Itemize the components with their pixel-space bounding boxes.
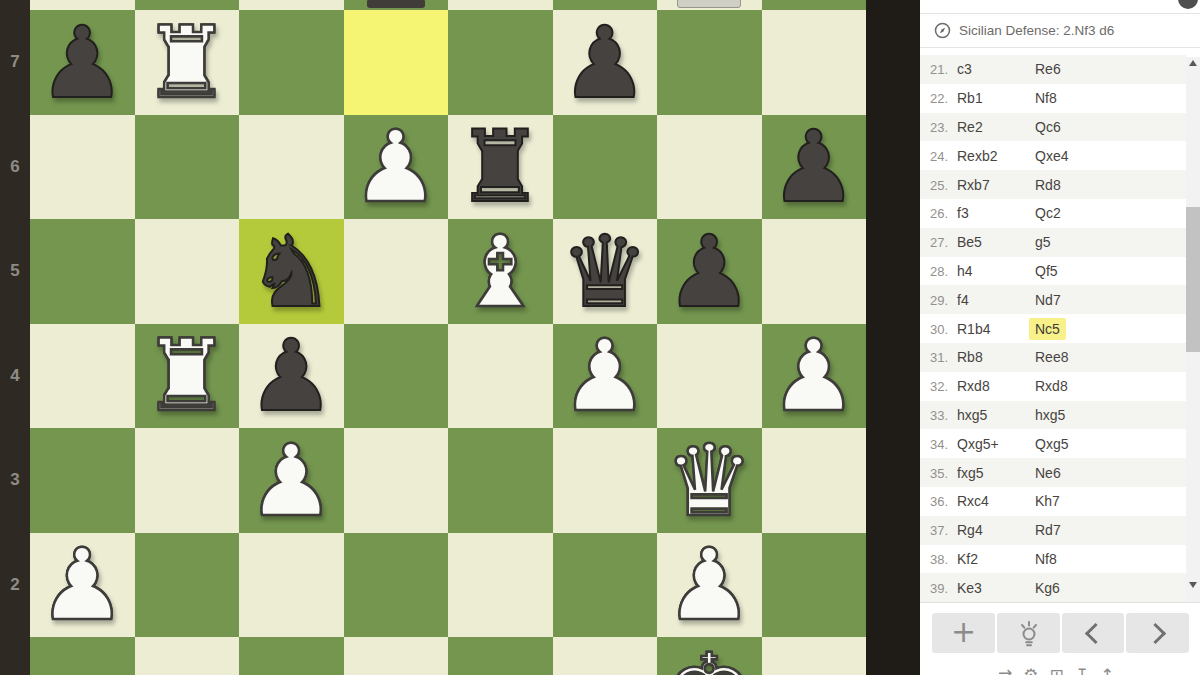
move-row-30: 30.R1b4Nc5 xyxy=(920,314,1186,343)
white-move[interactable]: h4 xyxy=(957,263,973,279)
black-pawn[interactable]: ♟ xyxy=(553,10,658,115)
black-king-clipped[interactable] xyxy=(677,0,741,8)
square-b6[interactable] xyxy=(135,115,240,220)
add-button[interactable]: + xyxy=(932,613,995,653)
move-row-39: 39.Ke3Kg6 xyxy=(920,573,1186,602)
partial-avatar-icon xyxy=(1178,0,1198,9)
square-h5[interactable] xyxy=(762,219,867,324)
square-c5[interactable]: ♞ xyxy=(239,219,344,324)
square-f3[interactable] xyxy=(553,428,658,533)
black-knight[interactable]: ♞ xyxy=(239,219,344,324)
move-number: 38. xyxy=(930,551,948,566)
square-c7[interactable] xyxy=(239,10,344,115)
rank-coordinate-strip: 765432 xyxy=(0,0,30,675)
square-d5[interactable] xyxy=(344,219,449,324)
move-number: 27. xyxy=(930,235,948,250)
white-move[interactable]: Rb1 xyxy=(957,90,983,106)
white-move[interactable]: Rxb7 xyxy=(957,177,990,193)
square-g5[interactable]: ♟ xyxy=(657,219,762,324)
square-c3[interactable]: ♟ xyxy=(239,428,344,533)
move-row-32: 32.Rxd8Rxd8 xyxy=(920,372,1186,401)
current-move[interactable]: Nc5 xyxy=(1029,318,1066,340)
black-queen[interactable]: ♛ xyxy=(553,219,658,324)
white-move[interactable]: Qxg5+ xyxy=(957,436,999,452)
white-move[interactable]: hxg5 xyxy=(957,407,987,423)
square-c2[interactable] xyxy=(239,533,344,638)
opening-explorer-icon xyxy=(934,22,951,39)
white-move[interactable]: Rxd8 xyxy=(957,378,990,394)
white-rook[interactable]: ♜ xyxy=(135,10,240,115)
white-move[interactable]: Ke3 xyxy=(957,580,982,596)
black-move[interactable]: Kg6 xyxy=(1035,580,1060,596)
move-row-33: 33.hxg5hxg5 xyxy=(920,401,1186,430)
white-bishop[interactable]: ♝ xyxy=(448,219,553,324)
white-queen[interactable]: ♛ xyxy=(657,428,762,533)
square-c4[interactable]: ♟ xyxy=(239,324,344,429)
move-list-scrollbar[interactable] xyxy=(1186,57,1200,602)
square-a2[interactable]: ♟ xyxy=(30,533,135,638)
move-row-34: 34.Qxg5+Qxg5 xyxy=(920,429,1186,458)
white-move[interactable]: f3 xyxy=(957,205,969,221)
white-move[interactable]: Rexb2 xyxy=(957,148,997,164)
white-pawn[interactable]: ♟ xyxy=(239,428,344,533)
black-pawn[interactable]: ♟ xyxy=(657,219,762,324)
square-c6[interactable] xyxy=(239,115,344,220)
move-row-21: 21.c3Re6 xyxy=(920,55,1186,84)
white-move[interactable]: Be5 xyxy=(957,234,982,250)
scroll-up-icon[interactable] xyxy=(1189,60,1197,66)
white-pawn[interactable]: ♟ xyxy=(553,324,658,429)
square-e1[interactable] xyxy=(448,637,553,675)
move-number: 28. xyxy=(930,263,948,278)
black-move[interactable]: hxg5 xyxy=(1035,407,1065,423)
move-row-29: 29.f4Nd7 xyxy=(920,285,1186,314)
move-row-23: 23.Re2Qc6 xyxy=(920,113,1186,142)
white-king[interactable]: ♚ xyxy=(657,637,762,675)
flip-icon[interactable]: ⇄ xyxy=(998,665,1012,675)
white-move[interactable]: Rb8 xyxy=(957,349,983,365)
black-move[interactable]: Qxe4 xyxy=(1035,148,1068,164)
move-row-26: 26.f3Qc2 xyxy=(920,199,1186,228)
opening-header: Sicilian Defense: 2.Nf3 d6 xyxy=(920,14,1200,48)
black-move[interactable]: Qf5 xyxy=(1035,263,1058,279)
black-rook-clipped[interactable] xyxy=(367,0,425,8)
black-move[interactable]: Nf8 xyxy=(1035,90,1057,106)
square-e5[interactable]: ♝ xyxy=(448,219,553,324)
rank-label-3: 3 xyxy=(0,428,30,533)
square-a1[interactable] xyxy=(30,637,135,675)
black-move[interactable]: Nd7 xyxy=(1035,292,1061,308)
rank-label-7: 7 xyxy=(0,10,30,115)
share-icon[interactable]: ↥ xyxy=(1100,665,1114,675)
black-move[interactable]: Rd7 xyxy=(1035,522,1061,538)
move-row-37: 37.Rg4Rd7 xyxy=(920,516,1186,545)
white-pawn[interactable]: ♟ xyxy=(344,115,449,220)
board-icon[interactable]: ⊞ xyxy=(1050,665,1064,675)
move-number: 35. xyxy=(930,465,948,480)
square-a6[interactable] xyxy=(30,115,135,220)
square-e3[interactable] xyxy=(448,428,553,533)
square-g8[interactable] xyxy=(657,0,762,10)
settings-icon[interactable]: ⚙ xyxy=(1023,665,1038,675)
square-a4[interactable] xyxy=(30,324,135,429)
opening-title: Sicilian Defense: 2.Nf3 d6 xyxy=(959,23,1114,38)
square-d7[interactable] xyxy=(344,10,449,115)
list-divider xyxy=(920,602,1200,603)
move-number: 29. xyxy=(930,292,948,307)
white-move[interactable]: f4 xyxy=(957,292,969,308)
move-number: 32. xyxy=(930,379,948,394)
square-b1[interactable] xyxy=(135,637,240,675)
square-h1[interactable] xyxy=(762,637,867,675)
white-pawn[interactable]: ♟ xyxy=(657,533,762,638)
black-move[interactable]: Re6 xyxy=(1035,61,1061,77)
square-g7[interactable] xyxy=(657,10,762,115)
square-a7[interactable]: ♟ xyxy=(30,10,135,115)
rank-label-6: 6 xyxy=(0,115,30,220)
move-row-38: 38.Kf2Nf8 xyxy=(920,545,1186,574)
square-d4[interactable] xyxy=(344,324,449,429)
black-pawn[interactable]: ♟ xyxy=(239,324,344,429)
square-g4[interactable] xyxy=(657,324,762,429)
square-d6[interactable]: ♟ xyxy=(344,115,449,220)
move-row-24: 24.Rexb2Qxe4 xyxy=(920,141,1186,170)
move-number: 24. xyxy=(930,148,948,163)
black-move[interactable]: Qc2 xyxy=(1035,205,1061,221)
chevron-right-icon xyxy=(1144,622,1165,643)
move-number: 36. xyxy=(930,494,948,509)
square-g6[interactable] xyxy=(657,115,762,220)
move-number: 31. xyxy=(930,350,948,365)
move-row-31: 31.Rb8Ree8 xyxy=(920,343,1186,372)
square-g1[interactable]: ♚ xyxy=(657,637,762,675)
square-c1[interactable] xyxy=(239,637,344,675)
black-pawn[interactable]: ♟ xyxy=(762,115,867,220)
move-number: 23. xyxy=(930,119,948,134)
square-f7[interactable]: ♟ xyxy=(553,10,658,115)
white-move[interactable]: c3 xyxy=(957,61,972,77)
scroll-down-icon[interactable] xyxy=(1189,582,1197,588)
move-number: 33. xyxy=(930,407,948,422)
square-e2[interactable] xyxy=(448,533,553,638)
move-row-25: 25.Rxb7Rd8 xyxy=(920,170,1186,199)
plus-icon: + xyxy=(951,617,976,647)
move-row-27: 27.Be5g5 xyxy=(920,228,1186,257)
square-d3[interactable] xyxy=(344,428,449,533)
download-icon[interactable]: ↧ xyxy=(1075,665,1089,675)
square-b5[interactable] xyxy=(135,219,240,324)
chess-board: ♟♜♟♟♜♟♞♝♛♟♜♟♟♟♟♛♟♟♚ xyxy=(30,0,866,675)
white-move[interactable]: fxg5 xyxy=(957,465,983,481)
move-number: 22. xyxy=(930,91,948,106)
move-number: 25. xyxy=(930,177,948,192)
square-f1[interactable] xyxy=(553,637,658,675)
white-pawn[interactable]: ♟ xyxy=(762,324,867,429)
square-b4[interactable]: ♜ xyxy=(135,324,240,429)
square-f4[interactable]: ♟ xyxy=(553,324,658,429)
forward-button[interactable] xyxy=(1126,613,1189,653)
move-number: 39. xyxy=(930,580,948,595)
square-b2[interactable] xyxy=(135,533,240,638)
square-g2[interactable]: ♟ xyxy=(657,533,762,638)
panel-top-bar xyxy=(920,0,1200,14)
square-d8[interactable] xyxy=(344,0,449,10)
board-panel-divider xyxy=(866,0,920,675)
square-f6[interactable] xyxy=(553,115,658,220)
white-move[interactable]: Rg4 xyxy=(957,522,983,538)
black-move[interactable]: Ne6 xyxy=(1035,465,1061,481)
square-d1[interactable] xyxy=(344,637,449,675)
white-move[interactable]: R1b4 xyxy=(957,321,990,337)
square-e6[interactable]: ♜ xyxy=(448,115,553,220)
square-a5[interactable] xyxy=(30,219,135,324)
move-row-36: 36.Rxc4Kh7 xyxy=(920,487,1186,516)
lightbulb-icon xyxy=(1018,620,1040,647)
square-h4[interactable]: ♟ xyxy=(762,324,867,429)
square-e8[interactable] xyxy=(448,0,553,10)
black-move[interactable]: Nf8 xyxy=(1035,551,1057,567)
square-f2[interactable] xyxy=(553,533,658,638)
rank-label-2: 2 xyxy=(0,533,30,638)
rank-label-4: 4 xyxy=(0,324,30,429)
square-c8[interactable] xyxy=(239,0,344,10)
square-e7[interactable] xyxy=(448,10,553,115)
square-d2[interactable] xyxy=(344,533,449,638)
rank-label-5: 5 xyxy=(0,219,30,324)
white-move[interactable]: Rxc4 xyxy=(957,493,989,509)
move-number: 37. xyxy=(930,523,948,538)
white-rook[interactable]: ♜ xyxy=(135,324,240,429)
move-list: 21.c3Re622.Rb1Nf823.Re2Qc624.Rexb2Qxe425… xyxy=(920,55,1186,602)
bottom-toolbar-partial[interactable]: ⇄ ⚙ ⊞ ↧ ↥ xyxy=(998,665,1114,675)
square-a3[interactable] xyxy=(30,428,135,533)
square-h7[interactable] xyxy=(762,10,867,115)
black-move[interactable]: Rd8 xyxy=(1035,177,1061,193)
chevron-left-icon xyxy=(1085,622,1106,643)
black-rook[interactable]: ♜ xyxy=(448,115,553,220)
move-number: 26. xyxy=(930,206,948,221)
white-pawn[interactable]: ♟ xyxy=(30,533,135,638)
back-button[interactable] xyxy=(1062,613,1124,653)
black-move[interactable]: Qxg5 xyxy=(1035,436,1068,452)
move-number: 34. xyxy=(930,436,948,451)
black-move[interactable]: Kh7 xyxy=(1035,493,1060,509)
square-f5[interactable]: ♛ xyxy=(553,219,658,324)
move-number: 21. xyxy=(930,62,948,77)
hint-button[interactable] xyxy=(997,613,1060,653)
black-move[interactable]: g5 xyxy=(1035,234,1051,250)
move-row-22: 22.Rb1Nf8 xyxy=(920,84,1186,113)
square-e4[interactable] xyxy=(448,324,553,429)
square-h6[interactable]: ♟ xyxy=(762,115,867,220)
white-move[interactable]: Kf2 xyxy=(957,551,978,567)
black-pawn[interactable]: ♟ xyxy=(30,10,135,115)
square-g3[interactable]: ♛ xyxy=(657,428,762,533)
white-move[interactable]: Re2 xyxy=(957,119,983,135)
analysis-panel: Sicilian Defense: 2.Nf3 d6 21.c3Re622.Rb… xyxy=(920,0,1200,675)
move-row-35: 35.fxg5Ne6 xyxy=(920,458,1186,487)
black-move[interactable]: Qc6 xyxy=(1035,119,1061,135)
square-h8[interactable] xyxy=(762,0,867,10)
square-h3[interactable] xyxy=(762,428,867,533)
scrollbar-thumb[interactable] xyxy=(1186,207,1200,352)
move-number: 30. xyxy=(930,321,948,336)
black-move[interactable]: Rxd8 xyxy=(1035,378,1068,394)
square-h2[interactable] xyxy=(762,533,867,638)
black-move[interactable]: Ree8 xyxy=(1035,349,1068,365)
square-b7[interactable]: ♜ xyxy=(135,10,240,115)
move-row-28: 28.h4Qf5 xyxy=(920,257,1186,286)
square-b3[interactable] xyxy=(135,428,240,533)
